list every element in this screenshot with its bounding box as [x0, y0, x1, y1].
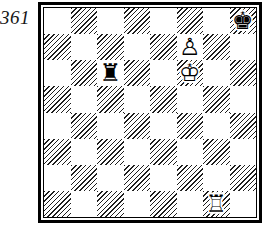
square-g4[interactable] [203, 113, 230, 139]
square-h2[interactable] [230, 165, 257, 191]
square-a5[interactable] [44, 86, 71, 112]
square-g7[interactable] [203, 34, 230, 60]
square-f8[interactable] [177, 8, 204, 34]
square-g2[interactable] [203, 165, 230, 191]
white-rook[interactable]: ♜♖ [203, 191, 230, 217]
square-f1[interactable] [177, 191, 204, 217]
square-e3[interactable] [150, 139, 177, 165]
piece-outline: ♔ [179, 61, 201, 85]
square-b4[interactable] [71, 113, 98, 139]
square-f3[interactable] [177, 139, 204, 165]
piece-outline: ♜ [99, 61, 121, 85]
square-g1[interactable]: ♜♖ [203, 191, 230, 217]
square-e2[interactable] [150, 165, 177, 191]
piece-outline: ♙ [179, 35, 201, 59]
square-g5[interactable] [203, 86, 230, 112]
square-d8[interactable] [124, 8, 151, 34]
square-b6[interactable] [71, 60, 98, 86]
square-g8[interactable] [203, 8, 230, 34]
piece-outline: ♖ [205, 192, 227, 216]
square-h7[interactable] [230, 34, 257, 60]
square-d6[interactable] [124, 60, 151, 86]
square-f4[interactable] [177, 113, 204, 139]
square-c5[interactable] [97, 86, 124, 112]
square-h3[interactable] [230, 139, 257, 165]
square-e1[interactable] [150, 191, 177, 217]
square-b3[interactable] [71, 139, 98, 165]
white-king[interactable]: ♚♔ [177, 60, 204, 86]
square-a3[interactable] [44, 139, 71, 165]
square-c4[interactable] [97, 113, 124, 139]
square-g6[interactable] [203, 60, 230, 86]
square-f7[interactable]: ♟♙ [177, 34, 204, 60]
square-d1[interactable] [124, 191, 151, 217]
square-b8[interactable] [71, 8, 98, 34]
square-b5[interactable] [71, 86, 98, 112]
square-d5[interactable] [124, 86, 151, 112]
piece-outline: ♚ [232, 9, 254, 33]
square-e4[interactable] [150, 113, 177, 139]
square-b2[interactable] [71, 165, 98, 191]
square-d3[interactable] [124, 139, 151, 165]
white-pawn[interactable]: ♟♙ [177, 34, 204, 60]
square-e6[interactable] [150, 60, 177, 86]
square-h1[interactable] [230, 191, 257, 217]
square-e8[interactable] [150, 8, 177, 34]
square-e7[interactable] [150, 34, 177, 60]
square-h6[interactable] [230, 60, 257, 86]
black-king[interactable]: ♚♚ [230, 8, 257, 34]
square-c6[interactable]: ♜♜ [97, 60, 124, 86]
square-a1[interactable] [44, 191, 71, 217]
square-b7[interactable] [71, 34, 98, 60]
square-a6[interactable] [44, 60, 71, 86]
square-a7[interactable] [44, 34, 71, 60]
square-f2[interactable] [177, 165, 204, 191]
square-d4[interactable] [124, 113, 151, 139]
square-c2[interactable] [97, 165, 124, 191]
square-f6[interactable]: ♚♔ [177, 60, 204, 86]
square-a2[interactable] [44, 165, 71, 191]
square-b1[interactable] [71, 191, 98, 217]
square-a8[interactable] [44, 8, 71, 34]
chess-board: ♚♚♟♙♜♜♚♔♜♖ [43, 7, 257, 218]
square-h8[interactable]: ♚♚ [230, 8, 257, 34]
square-f5[interactable] [177, 86, 204, 112]
square-h5[interactable] [230, 86, 257, 112]
square-a4[interactable] [44, 113, 71, 139]
square-e5[interactable] [150, 86, 177, 112]
square-c8[interactable] [97, 8, 124, 34]
square-d7[interactable] [124, 34, 151, 60]
square-d2[interactable] [124, 165, 151, 191]
board-frame: ♚♚♟♙♜♜♚♔♜♖ [38, 2, 262, 223]
square-c1[interactable] [97, 191, 124, 217]
square-h4[interactable] [230, 113, 257, 139]
square-g3[interactable] [203, 139, 230, 165]
black-rook[interactable]: ♜♜ [97, 60, 124, 86]
square-c7[interactable] [97, 34, 124, 60]
diagram-number: 361 [0, 7, 30, 29]
square-c3[interactable] [97, 139, 124, 165]
